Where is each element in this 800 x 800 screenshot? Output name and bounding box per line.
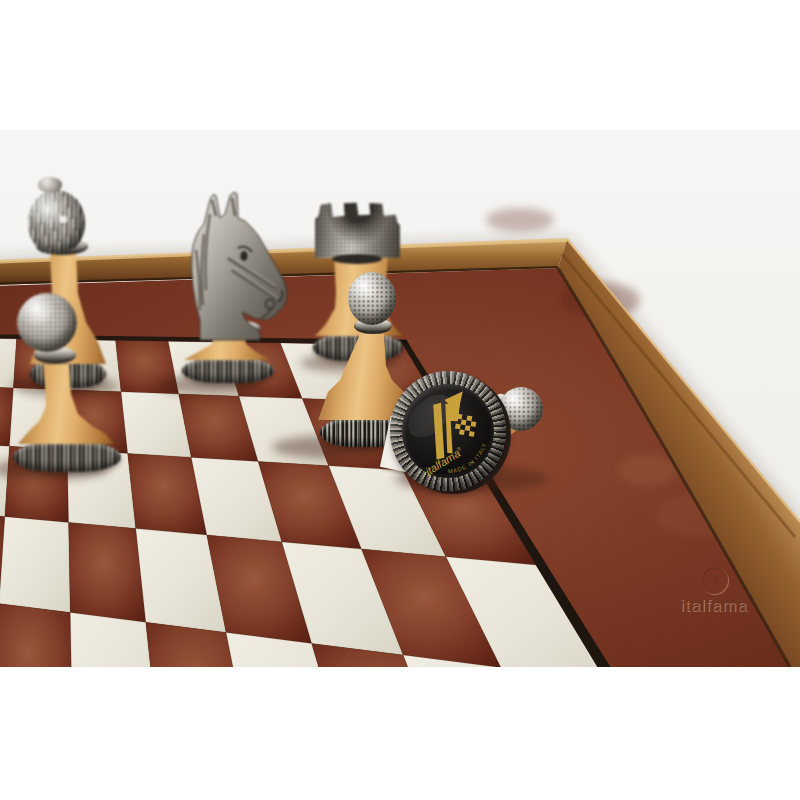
bishop-onion-finial bbox=[28, 190, 85, 254]
rook-neck bbox=[332, 254, 382, 264]
italfama-label: italfama ® MADE IN ITALY bbox=[380, 360, 555, 505]
rook-turret bbox=[315, 201, 400, 258]
bishop-finial-button bbox=[38, 177, 62, 193]
pawn2-ball bbox=[348, 272, 396, 325]
product-photo-canvas: ❦ italfama bbox=[0, 0, 800, 800]
photo-area: ❦ italfama bbox=[0, 130, 800, 667]
watermark-crest-icon: ❦ bbox=[700, 566, 728, 594]
piece-knight bbox=[170, 170, 300, 400]
knight-base-ring bbox=[182, 358, 274, 383]
pawn1-base-ring bbox=[13, 442, 121, 472]
watermark-text: italfama bbox=[674, 596, 754, 616]
bishop-finial-bead bbox=[60, 216, 67, 223]
watermark: ❦ italfama bbox=[674, 566, 754, 616]
label-checker-motif bbox=[454, 414, 477, 437]
piece-pawn-lying: italfama ® MADE IN ITALY bbox=[380, 360, 555, 505]
piece-pawn-left bbox=[10, 290, 132, 490]
knight-horse-head bbox=[170, 170, 300, 345]
pawn1-wood-body bbox=[10, 360, 122, 446]
pawn1-ball bbox=[17, 293, 77, 352]
